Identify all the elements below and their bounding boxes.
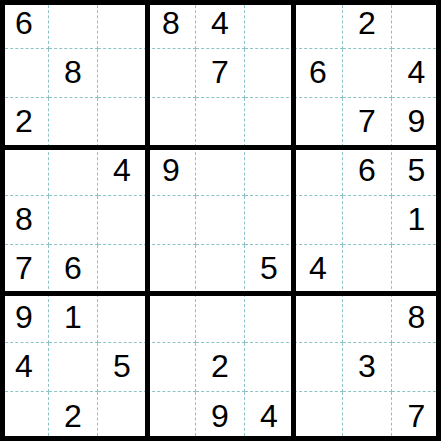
cell-r7c1[interactable]: 9 <box>0 294 49 343</box>
cell-r9c2[interactable]: 2 <box>49 392 98 441</box>
cell-r9c7[interactable] <box>294 392 343 441</box>
given-digit: 5 <box>113 350 131 382</box>
cell-r9c3[interactable] <box>98 392 147 441</box>
cell-r5c5[interactable] <box>196 196 245 245</box>
given-digit: 5 <box>260 252 278 284</box>
cell-r1c9[interactable] <box>392 0 441 49</box>
cell-r8c9[interactable] <box>392 343 441 392</box>
given-digit: 5 <box>408 154 426 186</box>
box-border-vertical-left <box>0 0 5 441</box>
cell-r3c4[interactable] <box>147 98 196 147</box>
cell-r6c4[interactable] <box>147 245 196 294</box>
cell-r7c9[interactable]: 8 <box>392 294 441 343</box>
cell-r7c6[interactable] <box>245 294 294 343</box>
cell-r9c9[interactable]: 7 <box>392 392 441 441</box>
cell-r9c1[interactable] <box>0 392 49 441</box>
given-digit: 8 <box>408 301 426 333</box>
cell-r6c8[interactable] <box>343 245 392 294</box>
cell-r8c5[interactable]: 2 <box>196 343 245 392</box>
cell-r5c4[interactable] <box>147 196 196 245</box>
cell-r5c9[interactable]: 1 <box>392 196 441 245</box>
cell-r3c3[interactable] <box>98 98 147 147</box>
cell-r7c7[interactable] <box>294 294 343 343</box>
cell-r3c1[interactable]: 2 <box>0 98 49 147</box>
given-digit: 7 <box>408 400 426 432</box>
cell-r8c6[interactable] <box>245 343 294 392</box>
cell-r1c3[interactable] <box>98 0 147 49</box>
cell-r4c3[interactable]: 4 <box>98 147 147 196</box>
cell-r7c2[interactable]: 1 <box>49 294 98 343</box>
given-digit: 7 <box>211 56 229 88</box>
cell-r2c1[interactable] <box>0 49 49 98</box>
cell-r4c6[interactable] <box>245 147 294 196</box>
cell-r3c7[interactable] <box>294 98 343 147</box>
given-digit: 6 <box>64 252 82 284</box>
cell-r6c6[interactable]: 5 <box>245 245 294 294</box>
given-digit: 9 <box>15 301 33 333</box>
given-digit: 2 <box>64 400 82 432</box>
box-border-vertical-2 <box>291 0 296 441</box>
cell-r3c9[interactable]: 9 <box>392 98 441 147</box>
given-digit: 4 <box>309 252 327 284</box>
cell-r5c6[interactable] <box>245 196 294 245</box>
cell-r2c6[interactable] <box>245 49 294 98</box>
given-digit: 7 <box>15 252 33 284</box>
cell-r1c7[interactable] <box>294 0 343 49</box>
cell-r1c5[interactable]: 4 <box>196 0 245 49</box>
cell-r5c3[interactable] <box>98 196 147 245</box>
given-digit: 4 <box>15 350 33 382</box>
cell-r6c7[interactable]: 4 <box>294 245 343 294</box>
cell-r8c2[interactable] <box>49 343 98 392</box>
cell-r3c6[interactable] <box>245 98 294 147</box>
given-digit: 9 <box>162 154 180 186</box>
cell-r2c3[interactable] <box>98 49 147 98</box>
cell-r4c1[interactable] <box>0 147 49 196</box>
given-digit: 4 <box>211 7 229 39</box>
given-digit: 2 <box>211 350 229 382</box>
cell-r9c8[interactable] <box>343 392 392 441</box>
cell-r8c3[interactable]: 5 <box>98 343 147 392</box>
box-border-vertical-right <box>436 0 441 441</box>
cell-r4c5[interactable] <box>196 147 245 196</box>
sudoku-grid: 68428764279496581765491845232947 <box>0 0 441 441</box>
cell-r1c1[interactable]: 6 <box>0 0 49 49</box>
cell-r6c5[interactable] <box>196 245 245 294</box>
cell-r3c2[interactable] <box>49 98 98 147</box>
cell-r1c2[interactable] <box>49 0 98 49</box>
cell-r8c7[interactable] <box>294 343 343 392</box>
cell-r2c5[interactable]: 7 <box>196 49 245 98</box>
cell-r6c1[interactable]: 7 <box>0 245 49 294</box>
cell-r6c9[interactable] <box>392 245 441 294</box>
given-digit: 6 <box>309 56 327 88</box>
box-border-horizontal-bottom <box>0 436 441 441</box>
given-digit: 4 <box>113 154 131 186</box>
cell-r7c4[interactable] <box>147 294 196 343</box>
cell-r5c1[interactable]: 8 <box>0 196 49 245</box>
cell-r7c5[interactable] <box>196 294 245 343</box>
given-digit: 2 <box>15 105 33 137</box>
given-digit: 8 <box>162 7 180 39</box>
cell-r7c3[interactable] <box>98 294 147 343</box>
cell-r9c4[interactable] <box>147 392 196 441</box>
cell-r2c4[interactable] <box>147 49 196 98</box>
given-digit: 2 <box>358 7 376 39</box>
given-digit: 1 <box>64 301 82 333</box>
cell-r5c7[interactable] <box>294 196 343 245</box>
cell-r1c8[interactable]: 2 <box>343 0 392 49</box>
given-digit: 4 <box>408 56 426 88</box>
cell-r2c9[interactable]: 4 <box>392 49 441 98</box>
box-border-horizontal-2 <box>0 291 441 296</box>
cell-r2c2[interactable]: 8 <box>49 49 98 98</box>
cell-r4c7[interactable] <box>294 147 343 196</box>
cell-r8c8[interactable]: 3 <box>343 343 392 392</box>
box-border-horizontal-top <box>0 0 441 5</box>
cell-r8c1[interactable]: 4 <box>0 343 49 392</box>
cell-r7c8[interactable] <box>343 294 392 343</box>
cell-r4c8[interactable]: 6 <box>343 147 392 196</box>
cell-r6c3[interactable] <box>98 245 147 294</box>
given-digit: 9 <box>211 400 229 432</box>
cell-r1c4[interactable]: 8 <box>147 0 196 49</box>
given-digit: 7 <box>358 105 376 137</box>
given-digit: 6 <box>15 7 33 39</box>
box-border-horizontal-1 <box>0 145 441 150</box>
cell-r3c5[interactable] <box>196 98 245 147</box>
given-digit: 8 <box>64 56 82 88</box>
cell-r4c9[interactable]: 5 <box>392 147 441 196</box>
given-digit: 6 <box>358 154 376 186</box>
cell-r5c2[interactable] <box>49 196 98 245</box>
cell-r1c6[interactable] <box>245 0 294 49</box>
cell-r2c8[interactable] <box>343 49 392 98</box>
cell-r2c7[interactable]: 6 <box>294 49 343 98</box>
cell-r5c8[interactable] <box>343 196 392 245</box>
given-digit: 4 <box>260 400 278 432</box>
cell-r8c4[interactable] <box>147 343 196 392</box>
given-digit: 3 <box>358 350 376 382</box>
box-border-vertical-1 <box>145 0 150 441</box>
given-digit: 8 <box>15 203 33 235</box>
given-digit: 9 <box>408 105 426 137</box>
cell-r3c8[interactable]: 7 <box>343 98 392 147</box>
cell-r9c5[interactable]: 9 <box>196 392 245 441</box>
cell-r4c4[interactable]: 9 <box>147 147 196 196</box>
cell-r4c2[interactable] <box>49 147 98 196</box>
given-digit: 1 <box>408 203 426 235</box>
sudoku-board: 68428764279496581765491845232947 <box>0 0 441 441</box>
cell-r9c6[interactable]: 4 <box>245 392 294 441</box>
cell-r6c2[interactable]: 6 <box>49 245 98 294</box>
